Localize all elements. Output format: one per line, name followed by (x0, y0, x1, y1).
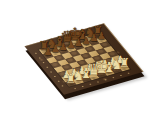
frame-mark (61, 85, 63, 86)
board-squares (39, 32, 131, 87)
chess-set-photo: ♜♞♝♛♚♝♞♜♟♟♟♟♟♟♟♟♟♟♟♟♟♟♟♟♜♞♝♛♚♝♞♜ (0, 0, 166, 120)
square-h1 (119, 64, 130, 71)
frame-mark (97, 81, 99, 82)
frame-mark (46, 66, 48, 67)
frame-mark (39, 57, 41, 58)
frame-mark (127, 72, 129, 73)
frame-mark (89, 83, 91, 84)
frame-mark (42, 61, 44, 62)
frame-mark (58, 80, 60, 81)
chess-board (25, 23, 144, 94)
frame-mark (82, 85, 84, 86)
frame-mark (50, 71, 52, 72)
frame-mark (105, 79, 107, 80)
frame-mark (120, 74, 122, 75)
frame-mark (112, 76, 114, 77)
frame-mark (35, 52, 37, 53)
frame-mark (54, 75, 56, 76)
frame-mark (74, 87, 76, 88)
